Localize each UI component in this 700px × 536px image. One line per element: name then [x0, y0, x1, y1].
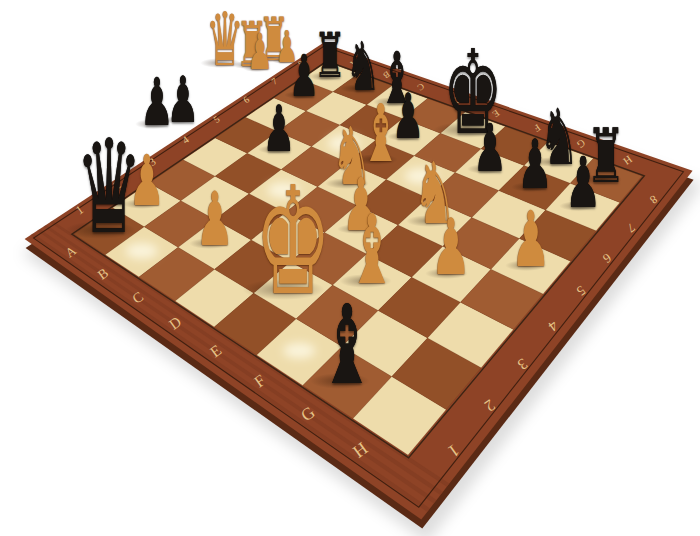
chessboard-photo: AABBCCDDEEFFGGHH1122334455667788 ♜♟♛♜♟♜♞… — [0, 0, 700, 536]
piece-black-queen-a1[interactable]: ♛ — [75, 124, 143, 254]
piece-black-pawn-f7[interactable]: ♟ — [472, 115, 506, 181]
piece-black-pawn-b5[interactable]: ♟ — [263, 97, 296, 161]
piece-white-pawn-g4[interactable]: ♟ — [431, 209, 471, 287]
captured-black-pawn-1[interactable]: ♟ — [140, 70, 174, 136]
piece-white-pawn-h5[interactable]: ♟ — [511, 202, 551, 279]
glare-highlight — [283, 343, 315, 359]
piece-black-pawn-h7[interactable]: ♟ — [564, 148, 601, 218]
piece-black-bishop-g1[interactable]: ♝ — [319, 291, 376, 401]
captured-white-pawn-4[interactable]: ♟ — [247, 27, 273, 77]
piece-black-pawn-g7[interactable]: ♟ — [517, 131, 552, 199]
piece-white-pawn-c2[interactable]: ♟ — [195, 182, 234, 257]
